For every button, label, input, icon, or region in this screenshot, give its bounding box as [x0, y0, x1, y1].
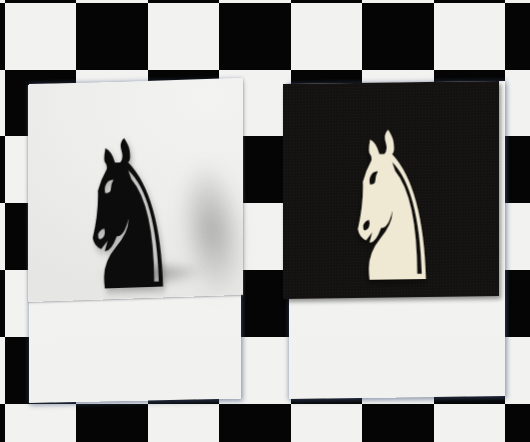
right-black-card: ♞: [283, 81, 499, 299]
left-white-card: ♞: [28, 78, 243, 302]
black-knight[interactable]: ♞: [72, 113, 182, 322]
board-square: [505, 270, 530, 337]
board-square: [148, 404, 220, 442]
board-square: [505, 70, 530, 137]
board-square: [219, 404, 291, 442]
right-card-face: ♞: [283, 81, 499, 299]
board-square: [434, 404, 506, 442]
board-square: [219, 3, 291, 70]
white-knight[interactable]: ♞: [339, 106, 446, 312]
board-square: [76, 3, 148, 70]
board-square: [76, 404, 148, 442]
board-square: [362, 3, 434, 70]
board-square: [505, 136, 530, 203]
board-square: [505, 404, 530, 442]
board-square: [434, 3, 506, 70]
left-card-face: ♞: [28, 78, 243, 302]
board-square: [505, 203, 530, 270]
photo-scene: ♞ ♞: [0, 0, 530, 442]
board-square: [291, 3, 363, 70]
board-square: [505, 337, 530, 404]
board-square: [148, 3, 220, 70]
board-square: [291, 404, 363, 442]
board-square: [362, 404, 434, 442]
board-square: [505, 3, 530, 70]
board-square: [5, 404, 77, 442]
board-square: [5, 3, 77, 70]
